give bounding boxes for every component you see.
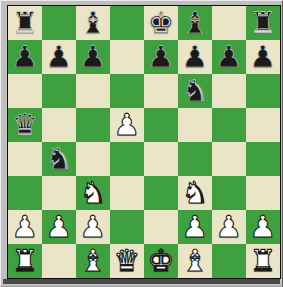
square-g6[interactable] [212, 74, 246, 108]
piece-white-pawn[interactable]: ♟ [8, 210, 42, 244]
piece-white-knight[interactable]: ♞ [178, 176, 212, 210]
square-b6[interactable] [42, 74, 76, 108]
square-e8[interactable]: ♚ [144, 6, 178, 40]
square-d8[interactable] [110, 6, 144, 40]
square-h4[interactable] [246, 142, 280, 176]
square-h3[interactable] [246, 176, 280, 210]
square-b8[interactable] [42, 6, 76, 40]
piece-white-pawn[interactable]: ♟ [178, 210, 212, 244]
square-d1[interactable]: ♛ [110, 244, 144, 278]
board-frame: ♜♝♚♝♜♟♟♟♟♟♟♟♞♛♟♞♞♞♟♟♟♟♟♟♜♝♛♚♝♜ [0, 0, 283, 287]
square-e2[interactable] [144, 210, 178, 244]
piece-black-rook[interactable]: ♜ [246, 6, 280, 40]
square-a1[interactable]: ♜ [8, 244, 42, 278]
square-h1[interactable]: ♜ [246, 244, 280, 278]
square-h2[interactable]: ♟ [246, 210, 280, 244]
chess-board: ♜♝♚♝♜♟♟♟♟♟♟♟♞♛♟♞♞♞♟♟♟♟♟♟♜♝♛♚♝♜ [7, 5, 281, 279]
square-g4[interactable] [212, 142, 246, 176]
square-a7[interactable]: ♟ [8, 40, 42, 74]
piece-white-pawn[interactable]: ♟ [76, 210, 110, 244]
square-c3[interactable]: ♞ [76, 176, 110, 210]
piece-white-pawn[interactable]: ♟ [110, 108, 144, 142]
square-f3[interactable]: ♞ [178, 176, 212, 210]
piece-white-pawn[interactable]: ♟ [212, 210, 246, 244]
square-g7[interactable]: ♟ [212, 40, 246, 74]
piece-black-knight[interactable]: ♞ [42, 142, 76, 176]
square-f8[interactable]: ♝ [178, 6, 212, 40]
square-g8[interactable] [212, 6, 246, 40]
piece-white-bishop[interactable]: ♝ [76, 244, 110, 278]
piece-black-rook[interactable]: ♜ [8, 6, 42, 40]
square-c1[interactable]: ♝ [76, 244, 110, 278]
piece-white-knight[interactable]: ♞ [76, 176, 110, 210]
square-c8[interactable]: ♝ [76, 6, 110, 40]
square-e4[interactable] [144, 142, 178, 176]
square-b5[interactable] [42, 108, 76, 142]
square-h6[interactable] [246, 74, 280, 108]
square-f5[interactable] [178, 108, 212, 142]
square-f4[interactable] [178, 142, 212, 176]
square-h8[interactable]: ♜ [246, 6, 280, 40]
piece-black-pawn[interactable]: ♟ [246, 40, 280, 74]
piece-black-bishop[interactable]: ♝ [76, 6, 110, 40]
square-b3[interactable] [42, 176, 76, 210]
square-e5[interactable] [144, 108, 178, 142]
square-d5[interactable]: ♟ [110, 108, 144, 142]
piece-white-pawn[interactable]: ♟ [42, 210, 76, 244]
piece-white-rook[interactable]: ♜ [246, 244, 280, 278]
square-h7[interactable]: ♟ [246, 40, 280, 74]
piece-black-bishop[interactable]: ♝ [178, 6, 212, 40]
square-a8[interactable]: ♜ [8, 6, 42, 40]
piece-white-rook[interactable]: ♜ [8, 244, 42, 278]
square-a3[interactable] [8, 176, 42, 210]
square-b1[interactable] [42, 244, 76, 278]
square-c4[interactable] [76, 142, 110, 176]
square-b7[interactable]: ♟ [42, 40, 76, 74]
square-c2[interactable]: ♟ [76, 210, 110, 244]
square-a6[interactable] [8, 74, 42, 108]
square-d2[interactable] [110, 210, 144, 244]
square-f7[interactable]: ♟ [178, 40, 212, 74]
piece-black-pawn[interactable]: ♟ [212, 40, 246, 74]
piece-black-pawn[interactable]: ♟ [42, 40, 76, 74]
piece-black-king[interactable]: ♚ [144, 6, 178, 40]
square-a4[interactable] [8, 142, 42, 176]
square-g2[interactable]: ♟ [212, 210, 246, 244]
square-c7[interactable]: ♟ [76, 40, 110, 74]
piece-white-king[interactable]: ♚ [144, 244, 178, 278]
square-b4[interactable]: ♞ [42, 142, 76, 176]
piece-black-pawn[interactable]: ♟ [8, 40, 42, 74]
piece-black-pawn[interactable]: ♟ [144, 40, 178, 74]
piece-white-queen[interactable]: ♛ [110, 244, 144, 278]
square-d6[interactable] [110, 74, 144, 108]
square-e3[interactable] [144, 176, 178, 210]
square-h5[interactable] [246, 108, 280, 142]
square-c5[interactable] [76, 108, 110, 142]
square-c6[interactable] [76, 74, 110, 108]
square-f2[interactable]: ♟ [178, 210, 212, 244]
square-b2[interactable]: ♟ [42, 210, 76, 244]
piece-black-queen[interactable]: ♛ [8, 108, 42, 142]
square-d4[interactable] [110, 142, 144, 176]
piece-white-bishop[interactable]: ♝ [178, 244, 212, 278]
square-a5[interactable]: ♛ [8, 108, 42, 142]
piece-black-knight[interactable]: ♞ [178, 74, 212, 108]
square-g5[interactable] [212, 108, 246, 142]
square-g3[interactable] [212, 176, 246, 210]
piece-black-pawn[interactable]: ♟ [76, 40, 110, 74]
square-f1[interactable]: ♝ [178, 244, 212, 278]
square-e6[interactable] [144, 74, 178, 108]
piece-black-pawn[interactable]: ♟ [178, 40, 212, 74]
square-a2[interactable]: ♟ [8, 210, 42, 244]
square-g1[interactable] [212, 244, 246, 278]
square-f6[interactable]: ♞ [178, 74, 212, 108]
square-d3[interactable] [110, 176, 144, 210]
square-e7[interactable]: ♟ [144, 40, 178, 74]
piece-white-pawn[interactable]: ♟ [246, 210, 280, 244]
square-e1[interactable]: ♚ [144, 244, 178, 278]
square-d7[interactable] [110, 40, 144, 74]
